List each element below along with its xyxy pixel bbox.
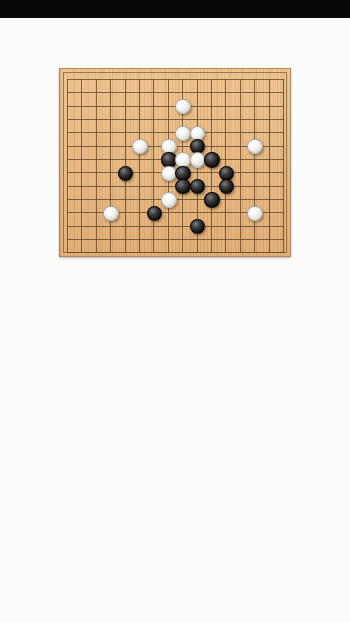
- gomoku-board[interactable]: [59, 68, 291, 257]
- grid-line-horizontal: [67, 239, 284, 240]
- grid-line-horizontal: [67, 119, 284, 120]
- white-stone: [190, 152, 206, 168]
- black-stone: [190, 219, 206, 235]
- white-stone: [247, 139, 263, 155]
- grid-line-horizontal: [67, 79, 284, 80]
- white-stone: [247, 206, 263, 222]
- white-stone: [161, 192, 177, 208]
- black-stone: [190, 179, 206, 195]
- grid-line-horizontal: [67, 92, 284, 93]
- white-stone: [175, 126, 191, 142]
- white-stone: [175, 99, 191, 115]
- black-stone: [118, 166, 134, 182]
- status-bar: [0, 0, 350, 18]
- black-stone: [204, 192, 220, 208]
- black-stone: [204, 152, 220, 168]
- black-stone: [219, 179, 235, 195]
- app-screen: [0, 0, 350, 622]
- black-stone: [147, 206, 163, 222]
- board-grid: [60, 69, 290, 256]
- black-stone: [175, 179, 191, 195]
- grid-line-horizontal: [67, 226, 284, 227]
- white-stone: [161, 166, 177, 182]
- white-stone: [103, 206, 119, 222]
- grid-line-horizontal: [67, 252, 284, 253]
- white-stone: [132, 139, 148, 155]
